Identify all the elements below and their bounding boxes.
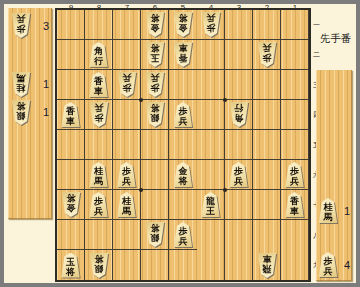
piece-lance[interactable]: 香車	[173, 42, 193, 67]
square-13[interactable]	[281, 70, 309, 100]
square-84[interactable]: 歩兵	[85, 100, 113, 130]
piece-silver[interactable]: 銀将	[11, 100, 31, 125]
square-86[interactable]: 桂馬	[85, 160, 113, 190]
piece-pawn[interactable]: 歩兵	[229, 162, 249, 187]
piece-king[interactable]: 玉将	[61, 253, 81, 278]
square-83[interactable]: 香車	[85, 70, 113, 100]
square-33[interactable]	[225, 70, 253, 100]
piece-dragon[interactable]: 龍王	[201, 192, 221, 217]
square-53[interactable]	[169, 70, 197, 100]
square-34[interactable]: 角行	[225, 100, 253, 130]
hand-count: 3	[43, 20, 49, 32]
square-17[interactable]: 香車	[281, 190, 309, 220]
piece-gold[interactable]: 金将	[61, 192, 81, 217]
piece-pawn[interactable]: 歩兵	[257, 42, 277, 67]
square-63[interactable]: 歩兵	[141, 70, 169, 100]
square-41[interactable]: 歩兵	[197, 10, 225, 40]
square-82[interactable]: 角行	[85, 40, 113, 70]
hoshi-dot	[223, 188, 227, 192]
square-59[interactable]	[169, 250, 197, 280]
piece-pawn[interactable]: 歩兵	[285, 162, 305, 187]
square-73[interactable]: 歩兵	[113, 70, 141, 100]
piece-pawn[interactable]: 歩兵	[201, 12, 221, 37]
square-25[interactable]	[253, 130, 281, 160]
square-57[interactable]	[169, 190, 197, 220]
piece-silver[interactable]: 銀将	[145, 102, 165, 127]
square-36[interactable]: 歩兵	[225, 160, 253, 190]
piece-pawn[interactable]: 歩兵	[173, 102, 193, 127]
piece-knight[interactable]: 桂馬	[89, 162, 109, 187]
square-91[interactable]	[57, 10, 85, 40]
square-93[interactable]	[57, 70, 85, 100]
square-44[interactable]	[197, 100, 225, 130]
hand-slot-knight[interactable]: 桂馬1	[316, 198, 352, 224]
hand-count: 1	[43, 78, 49, 90]
square-99[interactable]: 玉将	[57, 250, 85, 280]
piece-lance[interactable]: 香車	[89, 72, 109, 97]
square-55[interactable]	[169, 130, 197, 160]
square-35[interactable]	[225, 130, 253, 160]
square-27[interactable]	[253, 190, 281, 220]
piece-lance[interactable]: 香車	[61, 102, 81, 127]
piece-pawn[interactable]: 歩兵	[117, 162, 137, 187]
piece-bishop[interactable]: 角行	[229, 102, 249, 127]
hand-count: 4	[344, 259, 350, 271]
piece-pawn[interactable]: 歩兵	[89, 192, 109, 217]
piece-bishop[interactable]: 角行	[89, 42, 109, 67]
piece-rook[interactable]: 飛車	[257, 253, 277, 278]
square-85[interactable]	[85, 130, 113, 160]
square-21[interactable]	[253, 10, 281, 40]
square-66[interactable]	[141, 160, 169, 190]
piece-gold[interactable]: 金将	[173, 162, 193, 187]
piece-pawn[interactable]: 歩兵	[318, 252, 338, 277]
hoshi-dot	[139, 188, 143, 192]
square-97[interactable]: 金将	[57, 190, 85, 220]
square-43[interactable]	[197, 70, 225, 100]
square-65[interactable]	[141, 130, 169, 160]
piece-lance[interactable]: 香車	[285, 192, 305, 217]
hand-slot-pawn[interactable]: 歩兵4	[316, 252, 352, 278]
square-72[interactable]	[113, 40, 141, 70]
square-28[interactable]	[253, 220, 281, 250]
square-52[interactable]: 香車	[169, 40, 197, 70]
square-79[interactable]	[113, 250, 141, 280]
square-89[interactable]: 銀将	[85, 250, 113, 280]
square-46[interactable]	[197, 160, 225, 190]
piece-gold[interactable]: 金将	[173, 12, 193, 37]
square-14[interactable]	[281, 100, 309, 130]
piece-knight[interactable]: 桂馬	[11, 72, 31, 97]
square-11[interactable]	[281, 10, 309, 40]
piece-king[interactable]: 玉将	[145, 42, 165, 67]
square-58[interactable]: 歩兵	[169, 220, 197, 250]
square-77[interactable]: 桂馬	[113, 190, 141, 220]
square-76[interactable]: 歩兵	[113, 160, 141, 190]
hand-slot-knight[interactable]: 桂馬1	[8, 72, 52, 98]
shogi-board: 金将金将歩兵角行玉将香車歩兵香車歩兵歩兵香車歩兵銀将歩兵角行桂馬歩兵金将歩兵歩兵…	[57, 10, 309, 280]
hoshi-dot	[139, 98, 143, 102]
square-75[interactable]	[113, 130, 141, 160]
hand-count: 1	[344, 205, 350, 217]
piece-gold[interactable]: 金将	[145, 12, 165, 37]
piece-pawn[interactable]: 歩兵	[11, 13, 31, 38]
board-frame: 金将金将歩兵角行玉将香車歩兵香車歩兵歩兵香車歩兵銀将歩兵角行桂馬歩兵金将歩兵歩兵…	[55, 8, 311, 282]
square-22[interactable]: 歩兵	[253, 40, 281, 70]
square-23[interactable]	[253, 70, 281, 100]
square-48[interactable]	[197, 220, 225, 250]
piece-knight[interactable]: 桂馬	[318, 198, 338, 223]
hoshi-dot	[223, 98, 227, 102]
square-47[interactable]: 龍王	[197, 190, 225, 220]
square-74[interactable]	[113, 100, 141, 130]
square-45[interactable]	[197, 130, 225, 160]
square-24[interactable]	[253, 100, 281, 130]
square-26[interactable]	[253, 160, 281, 190]
square-95[interactable]	[57, 130, 85, 160]
square-18[interactable]	[281, 220, 309, 250]
square-96[interactable]	[57, 160, 85, 190]
square-31[interactable]	[225, 10, 253, 40]
square-54[interactable]: 歩兵	[169, 100, 197, 130]
sente-hand-tray[interactable]: 桂馬1歩兵4	[316, 70, 352, 281]
square-78[interactable]	[113, 220, 141, 250]
square-38[interactable]	[225, 220, 253, 250]
square-16[interactable]: 歩兵	[281, 160, 309, 190]
piece-knight[interactable]: 桂馬	[117, 192, 137, 217]
square-62[interactable]: 玉将	[141, 40, 169, 70]
square-92[interactable]	[57, 40, 85, 70]
square-12[interactable]	[281, 40, 309, 70]
piece-pawn[interactable]: 歩兵	[89, 102, 109, 127]
turn-indicator: 先手番	[315, 32, 356, 46]
square-64[interactable]: 銀将	[141, 100, 169, 130]
hand-count: 1	[43, 106, 49, 118]
piece-pawn[interactable]: 歩兵	[173, 222, 193, 247]
square-88[interactable]	[85, 220, 113, 250]
square-32[interactable]	[225, 40, 253, 70]
hand-slot-pawn[interactable]: 歩兵3	[8, 13, 52, 39]
piece-pawn[interactable]: 歩兵	[145, 72, 165, 97]
square-61[interactable]: 金将	[141, 10, 169, 40]
hand-slot-silver[interactable]: 銀将1	[8, 100, 52, 126]
square-51[interactable]: 金将	[169, 10, 197, 40]
square-39[interactable]	[225, 250, 253, 280]
square-56[interactable]: 金将	[169, 160, 197, 190]
gote-hand-tray[interactable]: 歩兵3桂馬1銀将1	[8, 8, 52, 219]
square-81[interactable]	[85, 10, 113, 40]
square-19[interactable]	[281, 250, 309, 280]
square-42[interactable]	[197, 40, 225, 70]
square-29[interactable]: 飛車	[253, 250, 281, 280]
square-87[interactable]: 歩兵	[85, 190, 113, 220]
square-67[interactable]	[141, 190, 169, 220]
piece-pawn[interactable]: 歩兵	[117, 72, 137, 97]
square-94[interactable]: 香車	[57, 100, 85, 130]
square-98[interactable]	[57, 220, 85, 250]
square-69[interactable]	[141, 250, 169, 280]
square-71[interactable]	[113, 10, 141, 40]
piece-silver[interactable]: 銀将	[145, 222, 165, 247]
square-15[interactable]	[281, 130, 309, 160]
piece-silver[interactable]: 銀将	[89, 253, 109, 278]
square-37[interactable]	[225, 190, 253, 220]
square-49[interactable]	[197, 250, 225, 280]
square-68[interactable]: 銀将	[141, 220, 169, 250]
shogi-app-window: 987654321 金将金将歩兵角行玉将香車歩兵香車歩兵歩兵香車歩兵銀将歩兵角行…	[0, 0, 360, 287]
